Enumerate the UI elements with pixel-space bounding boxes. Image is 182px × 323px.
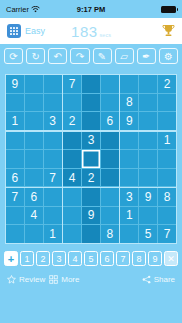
clear-key[interactable]: ✕ [164,251,178,266]
sudoku-cell[interactable] [120,132,138,150]
sudoku-cell[interactable] [139,94,157,112]
carrier-label: Carrier [6,5,29,14]
sudoku-cell[interactable]: 1 [120,207,138,225]
sudoku-cell[interactable]: 1 [44,225,62,243]
sudoku-cell[interactable]: 6 [6,169,24,187]
sudoku-cell[interactable] [44,132,62,150]
sudoku-cell[interactable]: 3 [120,188,138,206]
sudoku-cell[interactable] [101,169,119,187]
sudoku-cell[interactable] [82,188,100,206]
sudoku-cell[interactable] [44,207,62,225]
header: Easy 183 secs [0,18,182,44]
sudoku-cell[interactable] [25,169,43,187]
new-game-icon: ⟳ [9,51,17,62]
difficulty-label[interactable]: Easy [25,26,45,36]
sudoku-cell[interactable]: 2 [63,112,81,130]
battery-icon [161,6,176,13]
digit-key-6[interactable]: 6 [100,251,114,266]
sudoku-cell[interactable] [82,225,100,243]
wifi-icon [31,6,40,13]
sudoku-cell[interactable] [6,207,24,225]
redo-button[interactable]: ↷ [70,48,89,64]
sudoku-cell[interactable]: 6 [25,188,43,206]
pencil-button[interactable]: ✎ [93,48,112,64]
share-icon [142,275,151,284]
sudoku-box: 67 [6,132,62,187]
restart-icon: ↻ [31,51,39,62]
sudoku-cell[interactable]: 7 [6,188,24,206]
digit-key-3[interactable]: 3 [52,251,66,266]
sudoku-cell[interactable]: 5 [139,225,157,243]
digit-key-5[interactable]: 5 [84,251,98,266]
sudoku-box: 1 [120,132,176,187]
sudoku-cell[interactable] [25,150,43,168]
sudoku-box: 342 [63,132,119,187]
sudoku-cell[interactable] [158,112,176,130]
sudoku-cell[interactable] [139,207,157,225]
sudoku-cell[interactable] [25,132,43,150]
sudoku-cell[interactable] [158,207,176,225]
eraser-icon: ▱ [120,51,128,62]
more-label: More [61,275,79,284]
sudoku-board: 913726289673421764198398157 [5,74,177,244]
sudoku-cell[interactable] [139,75,157,93]
sudoku-cell[interactable]: 3 [82,132,100,150]
timer-unit: secs [100,32,111,38]
sudoku-box: 289 [120,75,176,130]
clock: 9:17 PM [77,5,105,14]
digit-key-2[interactable]: 2 [36,251,50,266]
digit-key-1[interactable]: 1 [20,251,34,266]
sudoku-cell[interactable] [6,132,24,150]
add-note-key[interactable]: + [4,251,18,266]
sudoku-cell[interactable] [6,225,24,243]
sudoku-cell[interactable]: 2 [82,169,100,187]
sudoku-cell[interactable]: 8 [158,188,176,206]
sudoku-cell[interactable] [44,188,62,206]
sudoku-box: 398157 [120,188,176,243]
sudoku-cell[interactable] [63,132,81,150]
pen-button[interactable]: ✒ [137,48,156,64]
redo-icon: ↷ [76,51,84,62]
digit-key-9[interactable]: 9 [148,251,162,266]
sudoku-cell[interactable] [82,94,100,112]
digit-key-4[interactable]: 4 [68,251,82,266]
sudoku-cell[interactable]: 9 [6,75,24,93]
sudoku-cell[interactable] [44,150,62,168]
sudoku-cell[interactable] [139,112,157,130]
sudoku-cell[interactable] [101,94,119,112]
sudoku-cell[interactable] [82,112,100,130]
trophy-icon[interactable] [162,24,175,38]
sudoku-cell[interactable]: 9 [82,207,100,225]
sudoku-cell[interactable] [139,132,157,150]
sudoku-cell[interactable]: 6 [101,112,119,130]
sudoku-cell[interactable] [139,169,157,187]
sudoku-cell[interactable] [44,94,62,112]
sudoku-cell[interactable] [158,94,176,112]
undo-icon: ↶ [54,51,62,62]
sudoku-box: 726 [63,75,119,130]
sudoku-cell[interactable] [6,94,24,112]
sudoku-cell[interactable] [6,150,24,168]
settings-button[interactable]: ⚙ [159,48,178,64]
sudoku-cell[interactable] [25,112,43,130]
sudoku-cell[interactable] [120,225,138,243]
timer-value: 183 [71,23,98,40]
digit-key-7[interactable]: 7 [116,251,130,266]
pen-icon: ✒ [142,51,150,62]
sudoku-cell[interactable] [101,188,119,206]
pencil-icon: ✎ [98,51,106,62]
sudoku-cell[interactable] [63,150,81,168]
undo-button[interactable]: ↶ [48,48,67,64]
sudoku-cell[interactable] [63,207,81,225]
sudoku-cell[interactable]: 8 [101,225,119,243]
sudoku-cell[interactable] [101,150,119,168]
footer-bar: Review More Share [0,275,182,284]
more-grid-icon [49,275,58,284]
settings-icon: ⚙ [164,51,173,62]
review-label: Review [19,275,45,284]
sudoku-cell[interactable]: 9 [139,188,157,206]
share-label: Share [154,275,175,284]
sudoku-cell[interactable] [101,132,119,150]
sudoku-cell[interactable] [25,75,43,93]
sudoku-cell[interactable] [120,150,138,168]
sudoku-cell[interactable]: 1 [158,132,176,150]
star-icon [7,275,16,284]
sudoku-cell[interactable] [82,150,100,168]
sudoku-cell[interactable] [63,225,81,243]
digit-key-8[interactable]: 8 [132,251,146,266]
sudoku-cell[interactable] [25,94,43,112]
sudoku-cell[interactable] [158,150,176,168]
sudoku-box: 913 [6,75,62,130]
sudoku-cell[interactable] [63,188,81,206]
sudoku-cell[interactable] [44,75,62,93]
sudoku-cell[interactable] [63,94,81,112]
toolbar: ⟳↻↶↷✎▱✒⚙ [0,48,182,64]
sudoku-cell[interactable]: 1 [6,112,24,130]
number-pad: +123456789✕ [0,251,182,266]
restart-button[interactable]: ↻ [26,48,45,64]
sudoku-cell[interactable] [120,75,138,93]
sudoku-cell[interactable]: 2 [158,75,176,93]
sudoku-cell[interactable]: 9 [120,112,138,130]
more-button[interactable]: More [49,275,79,284]
share-button[interactable]: Share [142,275,175,284]
sudoku-cell[interactable] [120,169,138,187]
sudoku-box: 98 [63,188,119,243]
sudoku-cell[interactable]: 4 [63,169,81,187]
sudoku-cell[interactable] [139,150,157,168]
status-bar: Carrier 9:17 PM [0,0,182,18]
sudoku-cell[interactable]: 8 [120,94,138,112]
sudoku-cell[interactable] [25,225,43,243]
sudoku-cell[interactable] [158,169,176,187]
new-game-button[interactable]: ⟳ [4,48,23,64]
sudoku-cell[interactable]: 7 [44,169,62,187]
sudoku-cell[interactable] [101,75,119,93]
sudoku-cell[interactable] [82,75,100,93]
sudoku-cell[interactable]: 3 [44,112,62,130]
review-button[interactable]: Review [7,275,45,284]
sudoku-cell[interactable]: 7 [63,75,81,93]
sudoku-box: 7641 [6,188,62,243]
sudoku-cell[interactable]: 4 [25,207,43,225]
sudoku-cell[interactable]: 7 [158,225,176,243]
sudoku-cell[interactable] [101,207,119,225]
eraser-button[interactable]: ▱ [115,48,134,64]
sudoku-grid-icon[interactable] [7,24,21,38]
